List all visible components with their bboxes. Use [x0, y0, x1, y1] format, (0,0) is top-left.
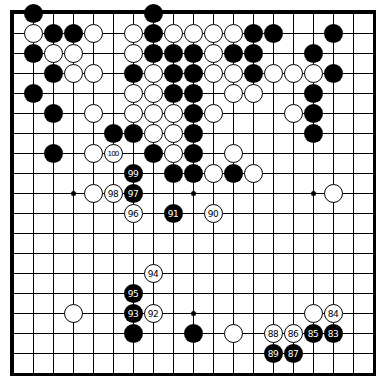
stone-black: [24, 4, 43, 23]
move-number-label: 86: [288, 329, 298, 338]
stone-white-move-88: 88: [264, 324, 283, 343]
stone-black-move-89: 89: [264, 344, 283, 363]
stone-black-move-93: 93: [124, 304, 143, 323]
move-number-label: 98: [108, 189, 118, 198]
stone-white: [284, 104, 303, 123]
stone-black: [164, 64, 183, 83]
stone-black: [184, 104, 203, 123]
stone-white: [224, 64, 243, 83]
stone-black: [124, 64, 143, 83]
stone-black: [184, 124, 203, 143]
grid-line-vertical: [353, 13, 354, 374]
stone-black: [44, 24, 63, 43]
move-number-label: 91: [168, 209, 178, 218]
move-number-label: 84: [328, 309, 338, 318]
grid-line-vertical: [373, 13, 374, 374]
stone-black-move-91: 91: [164, 204, 183, 223]
move-number-label: 83: [328, 329, 338, 338]
stone-black: [44, 144, 63, 163]
stone-white: [224, 324, 243, 343]
stone-white: [184, 24, 203, 43]
stone-white: [124, 104, 143, 123]
stone-black: [304, 104, 323, 123]
stone-white: [204, 24, 223, 43]
stone-black: [44, 104, 63, 123]
grid-line-horizontal: [13, 253, 374, 254]
stone-black: [324, 64, 343, 83]
stone-white: [64, 44, 83, 63]
stone-black: [184, 44, 203, 63]
move-number-label: 87: [288, 349, 298, 358]
move-number-label: 92: [148, 309, 158, 318]
stone-black-move-97: 97: [124, 184, 143, 203]
stone-black: [144, 144, 163, 163]
grid-line-horizontal: [13, 213, 374, 214]
move-number-label: 93: [128, 309, 138, 318]
star-point: [71, 191, 76, 196]
stone-white: [304, 304, 323, 323]
move-number-label: 89: [268, 349, 278, 358]
stone-white-move-92: 92: [144, 304, 163, 323]
stone-white-move-90: 90: [204, 204, 223, 223]
stone-black: [244, 64, 263, 83]
stone-white: [144, 124, 163, 143]
stone-black: [144, 4, 163, 23]
stone-black: [124, 124, 143, 143]
grid-line-horizontal: [13, 293, 374, 294]
move-number-label: 90: [208, 209, 218, 218]
stone-white: [204, 104, 223, 123]
stone-white: [304, 64, 323, 83]
stone-white: [164, 104, 183, 123]
stone-white: [264, 64, 283, 83]
stone-white: [144, 104, 163, 123]
stone-white: [224, 24, 243, 43]
stone-black: [144, 24, 163, 43]
stone-white: [164, 124, 183, 143]
stone-white-move-84: 84: [324, 304, 343, 323]
star-point: [311, 191, 316, 196]
stone-white-move-94: 94: [144, 264, 163, 283]
stone-white: [204, 44, 223, 63]
move-number-label: 95: [128, 289, 138, 298]
star-point: [191, 311, 196, 316]
move-number-label: 96: [128, 209, 138, 218]
stone-white-move-86: 86: [284, 324, 303, 343]
move-number-label: 100: [108, 150, 119, 157]
stone-black: [264, 24, 283, 43]
stone-white: [204, 64, 223, 83]
go-board: 1009998979691909495939284888685838987: [0, 0, 390, 390]
stone-black: [184, 84, 203, 103]
grid-line-horizontal: [13, 233, 374, 234]
stone-white: [224, 144, 243, 163]
stone-black: [304, 124, 323, 143]
stone-white: [84, 144, 103, 163]
stone-white: [204, 164, 223, 183]
stone-white-move-100: 100: [104, 144, 123, 163]
stone-black: [124, 324, 143, 343]
stone-white: [244, 84, 263, 103]
stone-black: [244, 24, 263, 43]
stone-black: [24, 84, 43, 103]
stone-white: [44, 44, 63, 63]
stone-black: [244, 44, 263, 63]
stone-white: [244, 164, 263, 183]
stone-black: [164, 164, 183, 183]
stone-white: [164, 144, 183, 163]
stone-black-move-83: 83: [324, 324, 343, 343]
stone-white: [84, 104, 103, 123]
stone-white: [144, 64, 163, 83]
stone-black: [64, 24, 83, 43]
stone-white: [24, 24, 43, 43]
stone-white: [124, 44, 143, 63]
stone-white: [124, 84, 143, 103]
stone-black: [104, 124, 123, 143]
move-number-label: 85: [308, 329, 318, 338]
stone-black: [224, 44, 243, 63]
star-point: [191, 191, 196, 196]
stone-black: [224, 164, 243, 183]
stone-white: [224, 84, 243, 103]
stone-black: [144, 44, 163, 63]
grid-line-horizontal: [13, 373, 374, 374]
stone-black: [24, 44, 43, 63]
stone-white: [324, 184, 343, 203]
stone-white: [64, 64, 83, 83]
move-number-label: 88: [268, 329, 278, 338]
grid-line-horizontal: [13, 273, 374, 274]
stone-white: [164, 24, 183, 43]
stone-white: [284, 64, 303, 83]
stone-black: [184, 164, 203, 183]
move-number-label: 97: [128, 189, 138, 198]
move-number-label: 99: [128, 169, 138, 178]
stone-black-move-99: 99: [124, 164, 143, 183]
stone-black-move-95: 95: [124, 284, 143, 303]
stone-white: [84, 184, 103, 203]
stone-white: [144, 84, 163, 103]
stone-black-move-85: 85: [304, 324, 323, 343]
stone-black: [164, 84, 183, 103]
move-number-label: 94: [148, 269, 158, 278]
stone-white: [84, 64, 103, 83]
stone-black: [184, 144, 203, 163]
stone-white-move-96: 96: [124, 204, 143, 223]
stone-black: [304, 44, 323, 63]
stone-white: [124, 24, 143, 43]
grid-line-horizontal: [13, 353, 374, 354]
stone-black-move-87: 87: [284, 344, 303, 363]
stone-white-move-98: 98: [104, 184, 123, 203]
stone-white: [84, 24, 103, 43]
stone-black: [184, 324, 203, 343]
stone-black: [164, 44, 183, 63]
stone-black: [44, 64, 63, 83]
stone-black: [304, 84, 323, 103]
stone-black: [324, 24, 343, 43]
stone-black: [184, 64, 203, 83]
stone-white: [64, 304, 83, 323]
